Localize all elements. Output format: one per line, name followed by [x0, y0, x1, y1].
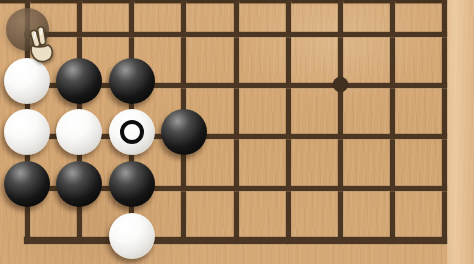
- grid-line-vertical: [286, 0, 291, 244]
- hand-cursor-icon: [25, 26, 59, 68]
- grid-line-horizontal: [24, 237, 447, 244]
- black-stone: [161, 109, 207, 155]
- grid-line-vertical: [234, 0, 239, 244]
- grid-line-vertical: [390, 0, 395, 244]
- cropped-top-grid-line: [0, 0, 447, 3]
- go-board: [0, 0, 474, 264]
- grid-line-vertical: [338, 0, 343, 244]
- star-point-hoshi: [333, 77, 348, 92]
- black-stone: [56, 58, 102, 104]
- black-stone: [4, 161, 50, 207]
- black-stone: [109, 161, 155, 207]
- black-stone: [109, 58, 155, 104]
- last-move-marker: [120, 120, 144, 144]
- grid-line-vertical: [442, 0, 447, 244]
- black-stone: [56, 161, 102, 207]
- grid-line-horizontal: [24, 32, 447, 37]
- white-stone: [56, 109, 102, 155]
- white-stone: [4, 109, 50, 155]
- white-stone: [109, 213, 155, 259]
- board-right-margin: [447, 0, 474, 264]
- white-stone: [109, 109, 155, 155]
